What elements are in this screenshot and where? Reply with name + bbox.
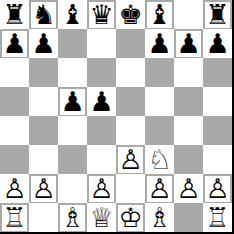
square-b7[interactable]: ♟ (29, 29, 58, 58)
square-a7[interactable]: ♟ (0, 29, 29, 58)
square-f7[interactable]: ♟ (145, 29, 174, 58)
piece-black-pawn: ♟ (31, 31, 55, 57)
piece-sprite: ♙ (89, 176, 114, 202)
piece-sprite: ♙ (205, 176, 230, 202)
piece-sprite: ♙ (147, 176, 172, 202)
piece-sprite: ♟ (147, 31, 172, 57)
square-e8[interactable]: ♚ (116, 0, 145, 29)
piece-sprite: ♙ (2, 176, 27, 202)
piece-white-queen: ♕ (89, 205, 113, 231)
piece-black-king: ♚ (118, 2, 142, 28)
square-b6[interactable] (29, 58, 58, 87)
square-g4[interactable] (174, 116, 203, 145)
piece-sprite: ♟ (2, 31, 27, 57)
piece-sprite: ♙ (31, 176, 56, 202)
square-b8[interactable]: ♞ (29, 0, 58, 29)
piece-white-pawn: ♙ (89, 176, 113, 202)
square-c4[interactable] (58, 116, 87, 145)
chess-board-frame: ♜♞♝♛♚♝♜♟♟♟♟♟♟♟♙♘♙♙♙♙♙♙♖♗♕♔♗♖ (0, 0, 234, 234)
piece-sprite: ♕ (89, 205, 114, 231)
piece-sprite: ♛ (89, 2, 114, 28)
square-e3[interactable]: ♙ (116, 145, 145, 174)
square-h2[interactable]: ♙ (203, 174, 232, 203)
piece-white-king: ♔ (118, 205, 142, 231)
square-h4[interactable] (203, 116, 232, 145)
square-a4[interactable] (0, 116, 29, 145)
piece-white-bishop: ♗ (60, 205, 84, 231)
square-h7[interactable]: ♟ (203, 29, 232, 58)
square-d4[interactable] (87, 116, 116, 145)
piece-sprite: ♝ (147, 2, 172, 28)
square-b2[interactable]: ♙ (29, 174, 58, 203)
square-f4[interactable] (145, 116, 174, 145)
square-e7[interactable] (116, 29, 145, 58)
piece-sprite: ♜ (205, 2, 230, 28)
piece-sprite: ♟ (60, 89, 85, 115)
piece-white-pawn: ♙ (118, 147, 142, 173)
square-f8[interactable]: ♝ (145, 0, 174, 29)
square-f1[interactable]: ♗ (145, 203, 174, 232)
piece-sprite: ♝ (60, 2, 85, 28)
square-c5[interactable]: ♟ (58, 87, 87, 116)
piece-black-bishop: ♝ (60, 2, 84, 28)
piece-white-pawn: ♙ (147, 176, 171, 202)
piece-black-rook: ♜ (2, 2, 26, 28)
piece-black-pawn: ♟ (60, 89, 84, 115)
piece-sprite: ♗ (60, 205, 85, 231)
square-f6[interactable] (145, 58, 174, 87)
square-g5[interactable] (174, 87, 203, 116)
piece-white-pawn: ♙ (176, 176, 200, 202)
square-g1[interactable] (174, 203, 203, 232)
square-d6[interactable] (87, 58, 116, 87)
piece-sprite: ♟ (176, 31, 201, 57)
square-e6[interactable] (116, 58, 145, 87)
square-h8[interactable]: ♜ (203, 0, 232, 29)
square-h3[interactable] (203, 145, 232, 174)
square-b1[interactable] (29, 203, 58, 232)
square-f2[interactable]: ♙ (145, 174, 174, 203)
piece-sprite: ♟ (31, 31, 56, 57)
piece-sprite: ♟ (205, 31, 230, 57)
square-a6[interactable] (0, 58, 29, 87)
square-d7[interactable] (87, 29, 116, 58)
piece-black-bishop: ♝ (147, 2, 171, 28)
square-a1[interactable]: ♖ (0, 203, 29, 232)
chess-board: ♜♞♝♛♚♝♜♟♟♟♟♟♟♟♙♘♙♙♙♙♙♙♖♗♕♔♗♖ (0, 0, 232, 232)
square-d1[interactable]: ♕ (87, 203, 116, 232)
square-a3[interactable] (0, 145, 29, 174)
piece-sprite: ♙ (176, 176, 201, 202)
piece-black-pawn: ♟ (176, 31, 200, 57)
piece-sprite: ♗ (147, 205, 172, 231)
square-a5[interactable] (0, 87, 29, 116)
piece-white-rook: ♖ (2, 205, 26, 231)
piece-sprite: ♙ (118, 147, 143, 173)
square-h1[interactable]: ♖ (203, 203, 232, 232)
square-c8[interactable]: ♝ (58, 0, 87, 29)
square-c6[interactable] (58, 58, 87, 87)
piece-sprite: ♞ (31, 2, 56, 28)
square-g2[interactable]: ♙ (174, 174, 203, 203)
square-e5[interactable] (116, 87, 145, 116)
piece-white-rook: ♖ (205, 205, 229, 231)
piece-sprite: ♖ (205, 205, 230, 231)
square-c2[interactable] (58, 174, 87, 203)
square-d8[interactable]: ♛ (87, 0, 116, 29)
square-b3[interactable] (29, 145, 58, 174)
piece-sprite: ♘ (147, 147, 172, 173)
square-g8[interactable] (174, 0, 203, 29)
square-b5[interactable] (29, 87, 58, 116)
square-c1[interactable]: ♗ (58, 203, 87, 232)
piece-black-knight: ♞ (31, 2, 55, 28)
square-e2[interactable] (116, 174, 145, 203)
square-e4[interactable] (116, 116, 145, 145)
square-d3[interactable] (87, 145, 116, 174)
square-g6[interactable] (174, 58, 203, 87)
square-f3[interactable]: ♘ (145, 145, 174, 174)
square-g3[interactable] (174, 145, 203, 174)
square-d5[interactable]: ♟ (87, 87, 116, 116)
square-h5[interactable] (203, 87, 232, 116)
square-c3[interactable] (58, 145, 87, 174)
piece-sprite: ♟ (89, 89, 114, 115)
square-d2[interactable]: ♙ (87, 174, 116, 203)
piece-white-knight: ♘ (147, 147, 171, 173)
square-b4[interactable] (29, 116, 58, 145)
piece-sprite: ♖ (2, 205, 27, 231)
piece-white-pawn: ♙ (2, 176, 26, 202)
piece-sprite: ♜ (2, 2, 27, 28)
square-g7[interactable]: ♟ (174, 29, 203, 58)
piece-black-pawn: ♟ (2, 31, 26, 57)
square-e1[interactable]: ♔ (116, 203, 145, 232)
piece-sprite: ♚ (118, 2, 143, 28)
square-a8[interactable]: ♜ (0, 0, 29, 29)
square-h6[interactable] (203, 58, 232, 87)
piece-sprite: ♔ (118, 205, 143, 231)
square-a2[interactable]: ♙ (0, 174, 29, 203)
piece-black-pawn: ♟ (205, 31, 229, 57)
piece-black-rook: ♜ (205, 2, 229, 28)
piece-black-queen: ♛ (89, 2, 113, 28)
square-f5[interactable] (145, 87, 174, 116)
piece-white-bishop: ♗ (147, 205, 171, 231)
piece-white-pawn: ♙ (31, 176, 55, 202)
piece-white-pawn: ♙ (205, 176, 229, 202)
piece-black-pawn: ♟ (147, 31, 171, 57)
piece-black-pawn: ♟ (89, 89, 113, 115)
square-c7[interactable] (58, 29, 87, 58)
